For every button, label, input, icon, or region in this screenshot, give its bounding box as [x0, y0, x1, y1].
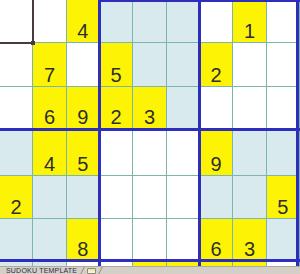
- cell-cursor-fill-handle[interactable]: [31, 41, 35, 45]
- sudoku-cell-r4c6[interactable]: [167, 129, 200, 176]
- sudoku-cell-r6c5[interactable]: [133, 219, 166, 261]
- sudoku-cell-r1c5[interactable]: [133, 0, 166, 43]
- sudoku-cell-r1c9[interactable]: [267, 0, 300, 43]
- sudoku-cell-r5c1[interactable]: 2: [0, 176, 33, 219]
- sudoku-cell-r4c8[interactable]: [233, 129, 266, 176]
- sudoku-cell-r6c3[interactable]: 8: [67, 219, 100, 261]
- sudoku-cell-r2c7[interactable]: 2: [200, 43, 233, 87]
- sudoku-cell-r1c6[interactable]: [167, 0, 200, 43]
- sudoku-cell-r4c2[interactable]: 4: [33, 129, 66, 176]
- box-border-vertical-left: [98, 0, 101, 266]
- sudoku-cell-r1c3[interactable]: 4: [67, 0, 100, 43]
- box-border-vertical-right: [198, 0, 201, 266]
- sudoku-cell-r1c4[interactable]: [100, 0, 133, 43]
- sudoku-cell-r6c8[interactable]: 3: [233, 219, 266, 261]
- cell-cursor-bottom-edge: [0, 42, 34, 44]
- box-border-right-edge: [296, 0, 299, 266]
- sudoku-cell-r2c9[interactable]: [267, 43, 300, 87]
- sudoku-cell-r2c5[interactable]: [133, 43, 166, 87]
- sudoku-cell-r5c4[interactable]: [100, 176, 133, 219]
- sudoku-cell-r3c3[interactable]: 9: [67, 87, 100, 129]
- cell-cursor-right-edge: [32, 0, 34, 44]
- sudoku-cell-r5c5[interactable]: [133, 176, 166, 219]
- sudoku-cell-r2c6[interactable]: [167, 43, 200, 87]
- sudoku-cell-r1c2[interactable]: [33, 0, 66, 43]
- sudoku-cell-r3c9[interactable]: [267, 87, 300, 129]
- sudoku-cell-r2c1[interactable]: [0, 43, 33, 87]
- sudoku-cell-r5c9[interactable]: 5: [267, 176, 300, 219]
- sheet-tab-bar: SUDOKU TEMPLATE: [0, 266, 300, 274]
- sudoku-cell-r3c4[interactable]: 2: [100, 87, 133, 129]
- sudoku-cell-r3c8[interactable]: [233, 87, 266, 129]
- sudoku-grid: 41752692345925863: [0, 0, 300, 266]
- sheet-tab-sudoku-template[interactable]: SUDOKU TEMPLATE: [0, 267, 77, 274]
- sudoku-cell-r5c3[interactable]: [67, 176, 100, 219]
- sudoku-cell-r6c4[interactable]: [100, 219, 133, 261]
- box-border-horizontal-bottom: [0, 259, 300, 262]
- sudoku-cell-r1c1[interactable]: [0, 0, 33, 43]
- sudoku-cell-r3c1[interactable]: [0, 87, 33, 129]
- sudoku-cell-r6c1[interactable]: [0, 219, 33, 261]
- sudoku-cell-r1c7[interactable]: [200, 0, 233, 43]
- sudoku-cell-r4c7[interactable]: 9: [200, 129, 233, 176]
- sudoku-cell-r2c8[interactable]: [233, 43, 266, 87]
- sudoku-cell-r6c9[interactable]: [267, 219, 300, 261]
- tab-edge-slash: [80, 267, 85, 274]
- sudoku-cell-r4c4[interactable]: [100, 129, 133, 176]
- sudoku-cell-r1c8[interactable]: 1: [233, 0, 266, 43]
- box-border-horizontal-middle: [0, 128, 300, 131]
- sudoku-cell-r3c7[interactable]: [200, 87, 233, 129]
- tab-edge-slash-2: [98, 267, 103, 274]
- sudoku-cell-r5c2[interactable]: [33, 176, 66, 219]
- new-sheet-tab-icon[interactable]: [87, 268, 96, 274]
- sudoku-cell-r2c2[interactable]: 7: [33, 43, 66, 87]
- sudoku-board: 41752692345925863: [0, 0, 300, 266]
- sudoku-cell-r6c7[interactable]: 6: [200, 219, 233, 261]
- sudoku-cell-r2c3[interactable]: [67, 43, 100, 87]
- spreadsheet-view: 41752692345925863 SUDOKU TEMPLATE: [0, 0, 300, 274]
- sudoku-cell-r4c5[interactable]: [133, 129, 166, 176]
- sudoku-cell-r6c6[interactable]: [167, 219, 200, 261]
- sudoku-cell-r5c6[interactable]: [167, 176, 200, 219]
- sudoku-cell-r4c1[interactable]: [0, 129, 33, 176]
- sudoku-cell-r3c5[interactable]: 3: [133, 87, 166, 129]
- sudoku-cell-r6c2[interactable]: [33, 219, 66, 261]
- sudoku-cell-r3c6[interactable]: [167, 87, 200, 129]
- sudoku-cell-r2c4[interactable]: 5: [100, 43, 133, 87]
- sudoku-cell-r4c3[interactable]: 5: [67, 129, 100, 176]
- sudoku-cell-r5c8[interactable]: [233, 176, 266, 219]
- sudoku-cell-r5c7[interactable]: [200, 176, 233, 219]
- sudoku-cell-r4c9[interactable]: [267, 129, 300, 176]
- sudoku-cell-r3c2[interactable]: 6: [33, 87, 66, 129]
